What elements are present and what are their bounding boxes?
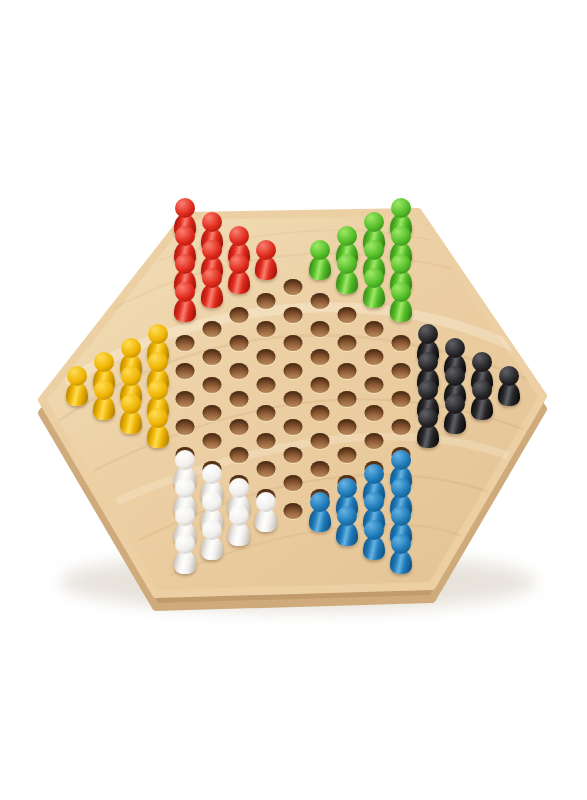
board-hole[interactable]: [284, 307, 303, 323]
peg-head: [364, 520, 384, 540]
board-hole[interactable]: [311, 321, 330, 337]
board-hole[interactable]: [338, 363, 357, 379]
peg-head: [175, 534, 195, 554]
board-hole[interactable]: [365, 321, 384, 337]
board-hole[interactable]: [257, 405, 276, 421]
board-hole[interactable]: [230, 419, 249, 435]
peg-head: [418, 408, 438, 428]
peg-head: [391, 254, 411, 274]
board-hole[interactable]: [284, 279, 303, 295]
peg-head: [337, 226, 357, 246]
board-hole[interactable]: [338, 391, 357, 407]
peg-head: [391, 226, 411, 246]
board-hole[interactable]: [365, 433, 384, 449]
peg-head: [175, 226, 195, 246]
peg-head: [445, 394, 465, 414]
board-hole[interactable]: [203, 433, 222, 449]
peg-white[interactable]: [173, 534, 197, 574]
board-hole[interactable]: [176, 419, 195, 435]
board-hole[interactable]: [284, 475, 303, 491]
board-hole[interactable]: [257, 349, 276, 365]
peg-head: [121, 338, 141, 358]
peg-head: [148, 380, 168, 400]
peg-head: [175, 478, 195, 498]
peg-green[interactable]: [362, 268, 386, 308]
board-hole[interactable]: [392, 335, 411, 351]
board-hole[interactable]: [338, 335, 357, 351]
board-hole[interactable]: [392, 391, 411, 407]
board-hole[interactable]: [230, 447, 249, 463]
peg-head: [202, 464, 222, 484]
peg-white[interactable]: [254, 492, 278, 532]
peg-head: [337, 478, 357, 498]
board-hole[interactable]: [230, 307, 249, 323]
peg-head: [418, 380, 438, 400]
board-hole[interactable]: [230, 335, 249, 351]
peg-head: [445, 338, 465, 358]
peg-head: [229, 478, 249, 498]
peg-head: [337, 254, 357, 274]
peg-head: [229, 226, 249, 246]
board-hole[interactable]: [284, 503, 303, 519]
peg-head: [202, 492, 222, 512]
board-hole[interactable]: [284, 363, 303, 379]
peg-red[interactable]: [254, 240, 278, 280]
peg-head: [175, 198, 195, 218]
peg-head: [202, 520, 222, 540]
peg-head: [121, 394, 141, 414]
board-hole[interactable]: [311, 433, 330, 449]
peg-head: [310, 492, 330, 512]
board-hole[interactable]: [176, 391, 195, 407]
peg-black[interactable]: [497, 366, 521, 406]
peg-head: [337, 506, 357, 526]
board-hole[interactable]: [311, 405, 330, 421]
peg-red[interactable]: [227, 254, 251, 294]
peg-head: [310, 240, 330, 260]
board-hole[interactable]: [230, 391, 249, 407]
board-hole[interactable]: [311, 293, 330, 309]
peg-head: [175, 450, 195, 470]
peg-head: [418, 352, 438, 372]
peg-yellow[interactable]: [65, 366, 89, 406]
peg-head: [391, 506, 411, 526]
peg-head: [229, 254, 249, 274]
board-hole[interactable]: [257, 321, 276, 337]
board-hole[interactable]: [284, 391, 303, 407]
peg-head: [175, 282, 195, 302]
peg-blue[interactable]: [362, 520, 386, 560]
board-hole[interactable]: [257, 293, 276, 309]
board-hole[interactable]: [338, 419, 357, 435]
board-hole[interactable]: [284, 335, 303, 351]
peg-head: [472, 352, 492, 372]
peg-head: [148, 324, 168, 344]
peg-yellow[interactable]: [119, 394, 143, 434]
peg-head: [121, 366, 141, 386]
board-hole[interactable]: [338, 307, 357, 323]
peg-head: [364, 492, 384, 512]
peg-black[interactable]: [470, 380, 494, 420]
peg-head: [256, 492, 276, 512]
peg-red[interactable]: [200, 268, 224, 308]
peg-head: [472, 380, 492, 400]
peg-red[interactable]: [173, 282, 197, 322]
peg-head: [175, 254, 195, 274]
board-hole[interactable]: [257, 377, 276, 393]
peg-head: [391, 534, 411, 554]
board-hole[interactable]: [311, 377, 330, 393]
peg-head: [499, 366, 519, 386]
board-hole[interactable]: [365, 405, 384, 421]
peg-black[interactable]: [443, 394, 467, 434]
product-photo-stage: [0, 0, 587, 800]
board-hole[interactable]: [365, 349, 384, 365]
peg-green[interactable]: [335, 254, 359, 294]
board-hole[interactable]: [257, 433, 276, 449]
peg-green[interactable]: [389, 282, 413, 322]
board-hole[interactable]: [284, 419, 303, 435]
peg-green[interactable]: [308, 240, 332, 280]
peg-head: [418, 324, 438, 344]
peg-head: [202, 240, 222, 260]
peg-blue[interactable]: [335, 506, 359, 546]
board-hole[interactable]: [284, 447, 303, 463]
peg-head: [445, 366, 465, 386]
peg-white[interactable]: [200, 520, 224, 560]
board-hole[interactable]: [203, 377, 222, 393]
peg-head: [391, 282, 411, 302]
board-hole[interactable]: [176, 335, 195, 351]
peg-yellow[interactable]: [92, 380, 116, 420]
board-hole[interactable]: [392, 419, 411, 435]
board-hole[interactable]: [176, 363, 195, 379]
peg-head: [229, 506, 249, 526]
board-hole[interactable]: [311, 461, 330, 477]
peg-black[interactable]: [416, 408, 440, 448]
peg-head: [364, 268, 384, 288]
peg-head: [364, 464, 384, 484]
board-hole[interactable]: [203, 349, 222, 365]
peg-head: [391, 478, 411, 498]
peg-head: [202, 268, 222, 288]
peg-head: [364, 240, 384, 260]
peg-head: [364, 212, 384, 232]
board-hole[interactable]: [338, 447, 357, 463]
peg-head: [256, 240, 276, 260]
board-hole[interactable]: [203, 321, 222, 337]
peg-blue[interactable]: [308, 492, 332, 532]
peg-head: [202, 212, 222, 232]
board-hole[interactable]: [365, 377, 384, 393]
peg-head: [94, 352, 114, 372]
peg-head: [391, 450, 411, 470]
peg-head: [67, 366, 87, 386]
peg-head: [175, 506, 195, 526]
board-hole[interactable]: [257, 461, 276, 477]
peg-yellow[interactable]: [146, 408, 170, 448]
board-hole[interactable]: [311, 349, 330, 365]
board-hole[interactable]: [230, 363, 249, 379]
peg-blue[interactable]: [389, 534, 413, 574]
board-hole[interactable]: [392, 363, 411, 379]
peg-head: [148, 408, 168, 428]
peg-head: [94, 380, 114, 400]
peg-head: [148, 352, 168, 372]
peg-head: [391, 198, 411, 218]
board-hole[interactable]: [203, 405, 222, 421]
peg-white[interactable]: [227, 506, 251, 546]
